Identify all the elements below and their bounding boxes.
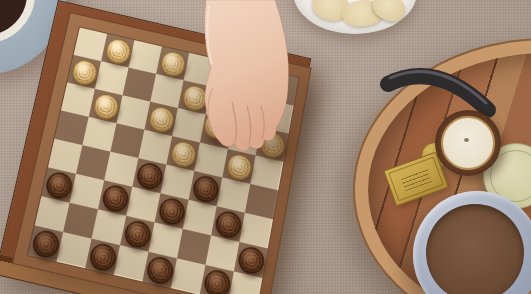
hand-picking-piece	[190, 0, 300, 160]
piece-light[interactable]	[69, 57, 99, 87]
card-text-lines	[400, 167, 431, 191]
piece-dark[interactable]	[156, 195, 186, 227]
piece-dark[interactable]	[87, 241, 118, 273]
piece-dark[interactable]	[43, 169, 74, 201]
piece-dark[interactable]	[122, 218, 153, 250]
cup-coffee	[0, 0, 35, 43]
piece-dark[interactable]	[30, 227, 61, 259]
piece-dark[interactable]	[100, 182, 131, 214]
piece-dark[interactable]	[134, 160, 164, 191]
candle-jar	[435, 110, 501, 176]
piece-dark[interactable]	[236, 244, 266, 276]
piece-dark[interactable]	[190, 173, 220, 204]
piece-light[interactable]	[146, 103, 176, 134]
piece-dark[interactable]	[202, 267, 233, 294]
piece-dark[interactable]	[213, 208, 243, 240]
mug-coffee	[426, 204, 524, 294]
candle-wax	[441, 116, 495, 170]
candle-wick	[464, 138, 469, 142]
piece-light[interactable]	[103, 36, 133, 66]
piece-dark[interactable]	[144, 254, 175, 286]
piece-light[interactable]	[91, 91, 121, 122]
piece-light[interactable]	[158, 48, 188, 78]
hand-silhouette	[205, 0, 289, 151]
tabletop-scene	[0, 0, 531, 294]
